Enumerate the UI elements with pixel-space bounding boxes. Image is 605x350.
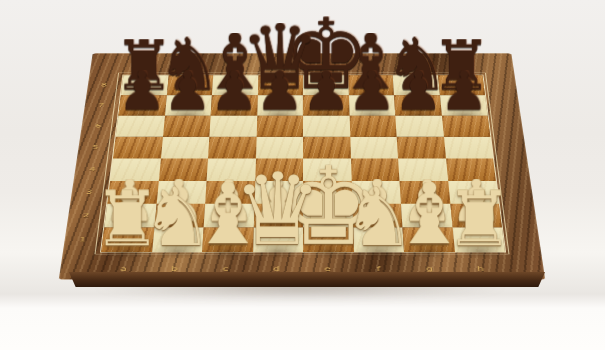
photo-background: 87654321 abcdefgh ♜♞♝♛♚♝♞♜♟♟♟♟♟♟♟♟♟♟♟♟♟♟…	[0, 0, 605, 350]
square-b1: ♞	[152, 228, 204, 252]
rank-label-6: 6	[87, 115, 109, 136]
square-e7: ♟	[303, 95, 349, 115]
black-pawn-e7: ♟	[302, 70, 351, 112]
black-pawn-h7: ♟	[440, 70, 489, 112]
square-d7: ♟	[257, 95, 303, 115]
board-front-bevel	[69, 272, 545, 287]
white-knight-f1: ♞	[342, 186, 414, 249]
square-d1: ♛	[253, 228, 303, 252]
rank-label-7: 7	[90, 95, 112, 115]
square-c6	[209, 116, 256, 137]
square-b5	[160, 137, 209, 159]
square-h7: ♟	[440, 95, 488, 115]
square-h1: ♜	[452, 228, 505, 252]
square-a7: ♟	[118, 95, 166, 115]
square-g7: ♟	[394, 95, 441, 115]
file-label-f: f	[353, 266, 404, 272]
square-b6	[162, 116, 210, 137]
file-label-h: h	[455, 266, 507, 272]
white-rook-h1: ♜	[445, 189, 513, 249]
white-queen-d1: ♛	[233, 171, 322, 249]
square-c7: ♟	[211, 95, 258, 115]
square-g6	[395, 116, 443, 137]
rank-label-8: 8	[93, 75, 115, 95]
playing-area-frame: ♜♞♝♛♚♝♞♜♟♟♟♟♟♟♟♟♟♟♟♟♟♟♟♟♜♞♝♛♚♞♝♜	[94, 73, 509, 255]
black-pawn-d7: ♟	[256, 70, 305, 112]
square-h6	[441, 116, 490, 137]
black-pawn-c7: ♟	[210, 70, 259, 112]
square-a5	[113, 137, 163, 159]
file-labels: abcdefgh	[98, 266, 507, 272]
square-f6	[349, 116, 397, 137]
square-a6	[116, 116, 165, 137]
file-label-b: b	[149, 266, 201, 272]
file-label-c: c	[200, 266, 251, 272]
square-f1: ♞	[353, 228, 404, 252]
rank-label-5: 5	[84, 136, 107, 158]
black-pawn-f7: ♟	[348, 70, 397, 112]
white-knight-b1: ♞	[141, 186, 213, 249]
file-label-a: a	[98, 266, 150, 272]
chess-board: 87654321 abcdefgh ♜♞♝♛♚♝♞♜♟♟♟♟♟♟♟♟♟♟♟♟♟♟…	[59, 53, 545, 279]
square-g5	[397, 137, 446, 159]
square-h5	[443, 137, 493, 159]
square-e6	[303, 116, 350, 137]
file-label-g: g	[404, 266, 456, 272]
file-label-d: d	[251, 266, 302, 272]
file-label-e: e	[302, 266, 353, 272]
board-grid: ♜♞♝♛♚♝♞♜♟♟♟♟♟♟♟♟♟♟♟♟♟♟♟♟♜♞♝♛♚♞♝♜	[100, 75, 506, 253]
rank-label-1: 1	[70, 227, 94, 251]
square-f7: ♟	[348, 95, 395, 115]
square-b7: ♟	[164, 95, 211, 115]
square-d6	[256, 116, 303, 137]
black-pawn-a7: ♟	[117, 70, 166, 112]
black-pawn-b7: ♟	[163, 70, 212, 112]
black-pawn-g7: ♟	[394, 70, 443, 112]
